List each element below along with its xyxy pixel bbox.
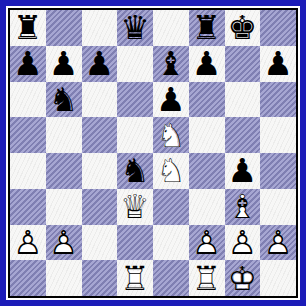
black-knight-icon: ♞ [46,82,82,118]
white-rook-fill: ♜ [117,260,153,296]
square-e2[interactable] [153,225,189,261]
white-pawn-icon: ♙ [46,225,82,261]
white-pawn-icon: ♙ [189,225,225,261]
white-rook-fill: ♜ [189,260,225,296]
square-b7[interactable]: ♟ [46,46,82,82]
white-rook-icon: ♖ [189,260,225,296]
square-f1[interactable]: ♜♖ [189,260,225,296]
square-e1[interactable] [153,260,189,296]
board-highlight-ring: ♜♛♜♚♟♟♟♝♟♟♞♟♞♘♞♞♘♟♛♕♝♗♟♙♟♙♟♙♟♙♟♙♜♖♜♖♚♔ [6,6,300,300]
board-frame: ♜♛♜♚♟♟♟♝♟♟♞♟♞♘♞♞♘♟♛♕♝♗♟♙♟♙♟♙♟♙♟♙♜♖♜♖♚♔ [8,8,298,298]
square-c3[interactable] [82,189,118,225]
square-e4[interactable]: ♞♘ [153,153,189,189]
square-b5[interactable] [46,117,82,153]
square-g3[interactable]: ♝♗ [225,189,261,225]
square-e5[interactable]: ♞♘ [153,117,189,153]
square-d5[interactable] [117,117,153,153]
square-a8[interactable]: ♜ [10,10,46,46]
square-g4[interactable]: ♟ [225,153,261,189]
square-a2[interactable]: ♟♙ [10,225,46,261]
square-d4[interactable]: ♞ [117,153,153,189]
square-a5[interactable] [10,117,46,153]
white-king-fill: ♚ [225,260,261,296]
white-bishop-icon: ♗ [225,189,261,225]
square-c4[interactable] [82,153,118,189]
square-c1[interactable] [82,260,118,296]
white-pawn-icon: ♙ [225,225,261,261]
white-rook-icon: ♖ [117,260,153,296]
black-pawn-icon: ♟ [10,46,46,82]
black-bishop-icon: ♝ [153,46,189,82]
square-d3[interactable]: ♛♕ [117,189,153,225]
square-h8[interactable] [260,10,296,46]
black-pawn-icon: ♟ [46,46,82,82]
black-pawn-icon: ♟ [189,46,225,82]
square-c8[interactable] [82,10,118,46]
chess-board: ♜♛♜♚♟♟♟♝♟♟♞♟♞♘♞♞♘♟♛♕♝♗♟♙♟♙♟♙♟♙♟♙♜♖♜♖♚♔ [10,10,296,296]
square-b3[interactable] [46,189,82,225]
square-f2[interactable]: ♟♙ [189,225,225,261]
square-c2[interactable] [82,225,118,261]
square-d8[interactable]: ♛ [117,10,153,46]
square-c6[interactable] [82,82,118,118]
square-c5[interactable] [82,117,118,153]
square-d7[interactable] [117,46,153,82]
square-h4[interactable] [260,153,296,189]
square-g2[interactable]: ♟♙ [225,225,261,261]
white-queen-fill: ♛ [117,189,153,225]
square-h3[interactable] [260,189,296,225]
white-pawn-fill: ♟ [10,225,46,261]
square-a7[interactable]: ♟ [10,46,46,82]
black-king-icon: ♚ [225,10,261,46]
square-f4[interactable] [189,153,225,189]
square-a3[interactable] [10,189,46,225]
square-g5[interactable] [225,117,261,153]
black-knight-icon: ♞ [117,153,153,189]
square-d2[interactable] [117,225,153,261]
white-pawn-icon: ♙ [10,225,46,261]
white-knight-fill: ♞ [153,117,189,153]
square-g8[interactable]: ♚ [225,10,261,46]
black-pawn-icon: ♟ [225,153,261,189]
square-b1[interactable] [46,260,82,296]
square-a1[interactable] [10,260,46,296]
white-king-icon: ♔ [225,260,261,296]
square-e6[interactable]: ♟ [153,82,189,118]
square-h6[interactable] [260,82,296,118]
chess-diagram: ♜♛♜♚♟♟♟♝♟♟♞♟♞♘♞♞♘♟♛♕♝♗♟♙♟♙♟♙♟♙♟♙♜♖♜♖♚♔ [0,0,306,306]
square-h5[interactable] [260,117,296,153]
white-pawn-fill: ♟ [46,225,82,261]
black-pawn-icon: ♟ [82,46,118,82]
square-f5[interactable] [189,117,225,153]
square-e7[interactable]: ♝ [153,46,189,82]
square-g7[interactable] [225,46,261,82]
square-h2[interactable]: ♟♙ [260,225,296,261]
square-b8[interactable] [46,10,82,46]
white-pawn-fill: ♟ [225,225,261,261]
white-bishop-fill: ♝ [225,189,261,225]
square-b2[interactable]: ♟♙ [46,225,82,261]
square-b6[interactable]: ♞ [46,82,82,118]
square-f7[interactable]: ♟ [189,46,225,82]
square-a6[interactable] [10,82,46,118]
square-e8[interactable] [153,10,189,46]
white-pawn-fill: ♟ [260,225,296,261]
black-queen-icon: ♛ [117,10,153,46]
square-g6[interactable] [225,82,261,118]
white-knight-icon: ♘ [153,153,189,189]
square-b4[interactable] [46,153,82,189]
square-e3[interactable] [153,189,189,225]
black-rook-icon: ♜ [189,10,225,46]
square-f8[interactable]: ♜ [189,10,225,46]
square-c7[interactable]: ♟ [82,46,118,82]
square-f6[interactable] [189,82,225,118]
white-pawn-fill: ♟ [189,225,225,261]
square-a4[interactable] [10,153,46,189]
square-f3[interactable] [189,189,225,225]
white-knight-icon: ♘ [153,117,189,153]
black-pawn-icon: ♟ [153,82,189,118]
black-pawn-icon: ♟ [260,46,296,82]
square-h1[interactable] [260,260,296,296]
white-queen-icon: ♕ [117,189,153,225]
white-knight-fill: ♞ [153,153,189,189]
square-d6[interactable] [117,82,153,118]
square-d1[interactable]: ♜♖ [117,260,153,296]
black-rook-icon: ♜ [10,10,46,46]
square-g1[interactable]: ♚♔ [225,260,261,296]
square-h7[interactable]: ♟ [260,46,296,82]
white-pawn-icon: ♙ [260,225,296,261]
